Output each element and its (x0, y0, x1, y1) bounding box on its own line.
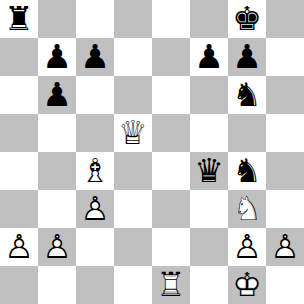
piece-black-queen: ♛ (190, 152, 228, 190)
square-h7[interactable] (266, 38, 304, 76)
chess-board: ♜♚♟♟♟♟♟♞♛♕♝♗♛♞♟♙♞♘♟♙♟♙♟♙♟♙♜♖♚♔ (0, 0, 304, 304)
square-g5[interactable] (228, 114, 266, 152)
piece-white-pawn: ♟♙ (266, 228, 304, 266)
piece-white-bishop: ♝♗ (76, 152, 114, 190)
square-h4[interactable] (266, 152, 304, 190)
square-a5[interactable] (0, 114, 38, 152)
piece-black-pawn: ♟ (38, 38, 76, 76)
square-d2[interactable] (114, 228, 152, 266)
square-c7[interactable]: ♟ (76, 38, 114, 76)
square-e4[interactable] (152, 152, 190, 190)
square-b1[interactable] (38, 266, 76, 304)
square-d6[interactable] (114, 76, 152, 114)
piece-white-king: ♚♔ (228, 266, 266, 304)
square-e1[interactable]: ♜♖ (152, 266, 190, 304)
square-h8[interactable] (266, 0, 304, 38)
square-h6[interactable] (266, 76, 304, 114)
square-b2[interactable]: ♟♙ (38, 228, 76, 266)
square-d4[interactable] (114, 152, 152, 190)
square-e3[interactable] (152, 190, 190, 228)
square-e7[interactable] (152, 38, 190, 76)
square-f7[interactable]: ♟ (190, 38, 228, 76)
piece-black-pawn: ♟ (190, 38, 228, 76)
square-f1[interactable] (190, 266, 228, 304)
square-a2[interactable]: ♟♙ (0, 228, 38, 266)
square-f4[interactable]: ♛ (190, 152, 228, 190)
square-f2[interactable] (190, 228, 228, 266)
square-f8[interactable] (190, 0, 228, 38)
square-e2[interactable] (152, 228, 190, 266)
piece-black-king: ♚ (228, 0, 266, 38)
square-a8[interactable]: ♜ (0, 0, 38, 38)
square-b3[interactable] (38, 190, 76, 228)
square-c4[interactable]: ♝♗ (76, 152, 114, 190)
square-c8[interactable] (76, 0, 114, 38)
square-f6[interactable] (190, 76, 228, 114)
piece-white-rook: ♜♖ (152, 266, 190, 304)
square-a1[interactable] (0, 266, 38, 304)
square-e6[interactable] (152, 76, 190, 114)
square-c1[interactable] (76, 266, 114, 304)
square-d1[interactable] (114, 266, 152, 304)
square-h3[interactable] (266, 190, 304, 228)
square-c2[interactable] (76, 228, 114, 266)
square-h1[interactable] (266, 266, 304, 304)
square-e5[interactable] (152, 114, 190, 152)
piece-black-knight: ♞ (228, 76, 266, 114)
square-f3[interactable] (190, 190, 228, 228)
square-a3[interactable] (0, 190, 38, 228)
square-g7[interactable]: ♟ (228, 38, 266, 76)
square-d3[interactable] (114, 190, 152, 228)
square-b5[interactable] (38, 114, 76, 152)
piece-white-pawn: ♟♙ (38, 228, 76, 266)
square-c6[interactable] (76, 76, 114, 114)
piece-white-pawn: ♟♙ (76, 190, 114, 228)
piece-white-pawn: ♟♙ (228, 228, 266, 266)
square-c5[interactable] (76, 114, 114, 152)
square-b8[interactable] (38, 0, 76, 38)
square-d8[interactable] (114, 0, 152, 38)
square-a6[interactable] (0, 76, 38, 114)
square-g2[interactable]: ♟♙ (228, 228, 266, 266)
square-c3[interactable]: ♟♙ (76, 190, 114, 228)
square-b6[interactable]: ♟ (38, 76, 76, 114)
square-e8[interactable] (152, 0, 190, 38)
square-g3[interactable]: ♞♘ (228, 190, 266, 228)
square-g4[interactable]: ♞ (228, 152, 266, 190)
piece-white-queen: ♛♕ (114, 114, 152, 152)
square-d7[interactable] (114, 38, 152, 76)
square-h2[interactable]: ♟♙ (266, 228, 304, 266)
square-a7[interactable] (0, 38, 38, 76)
square-g8[interactable]: ♚ (228, 0, 266, 38)
square-b4[interactable] (38, 152, 76, 190)
piece-black-pawn: ♟ (76, 38, 114, 76)
square-g1[interactable]: ♚♔ (228, 266, 266, 304)
square-d5[interactable]: ♛♕ (114, 114, 152, 152)
piece-white-knight: ♞♘ (228, 190, 266, 228)
piece-black-rook: ♜ (0, 0, 38, 38)
square-g6[interactable]: ♞ (228, 76, 266, 114)
square-f5[interactable] (190, 114, 228, 152)
piece-black-pawn: ♟ (228, 38, 266, 76)
square-h5[interactable] (266, 114, 304, 152)
piece-black-pawn: ♟ (38, 76, 76, 114)
piece-white-pawn: ♟♙ (0, 228, 38, 266)
square-a4[interactable] (0, 152, 38, 190)
square-b7[interactable]: ♟ (38, 38, 76, 76)
piece-black-knight: ♞ (228, 152, 266, 190)
